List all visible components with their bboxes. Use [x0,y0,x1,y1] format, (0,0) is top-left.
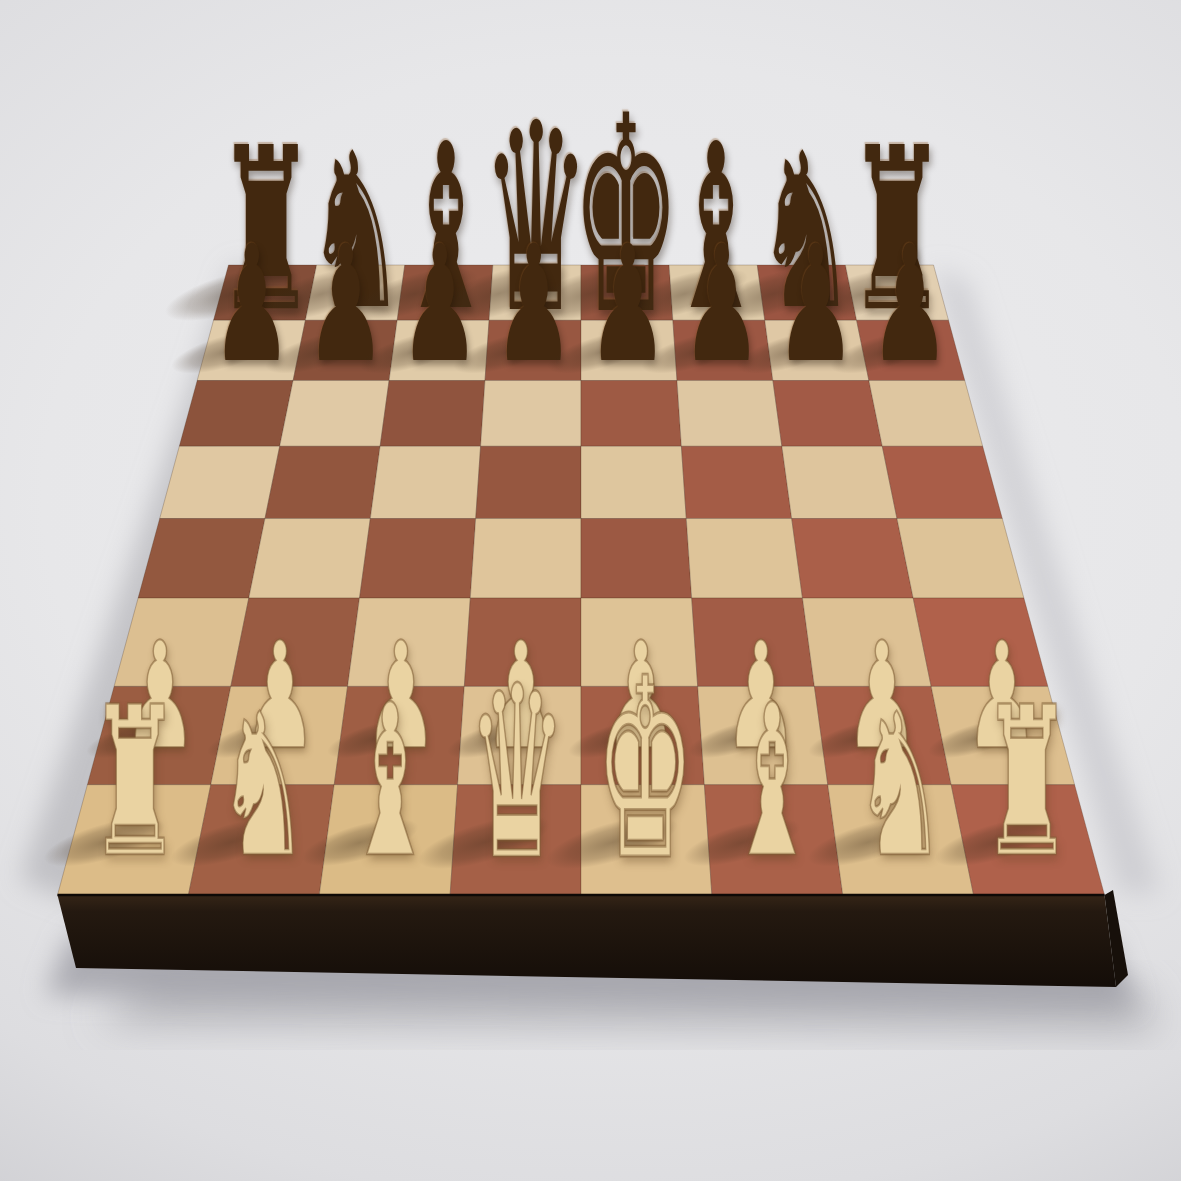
pieces-layer: ♜♞♝♛♚♝♞♜♟♟♟♟♟♟♟♟♟♟♟♟♟♟♟♟♜♞♝♛♚♝♞♜ [0,0,1181,1181]
black-pawn-glyph: ♟ [870,225,951,386]
white-knight-glyph: ♞ [853,688,945,885]
white-king-glyph: ♚ [595,647,695,896]
chess-photo-scene: ♜♞♝♛♚♝♞♜♟♟♟♟♟♟♟♟♟♟♟♟♟♟♟♟♜♞♝♛♚♝♞♜ [0,0,1181,1181]
white-bishop-glyph: ♝ [728,678,817,888]
white-rook-glyph: ♜ [89,681,181,887]
white-rook-glyph: ♜ [981,681,1073,887]
white-knight-glyph: ♞ [216,688,308,885]
